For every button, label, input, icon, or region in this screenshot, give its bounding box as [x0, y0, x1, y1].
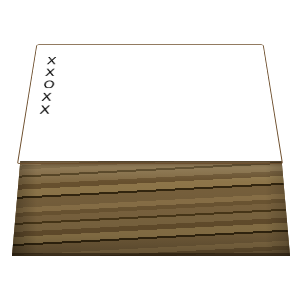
x-piece: X [44, 67, 55, 79]
cell-r1c1[interactable]: X [46, 55, 254, 66]
cell-r3c1[interactable]: X [41, 91, 260, 104]
x-piece: X [46, 55, 57, 66]
box-front-face [12, 161, 290, 256]
cell-r1c3[interactable]: X [44, 67, 255, 79]
x-piece: X [41, 91, 53, 104]
x-piece: X [39, 103, 51, 116]
board-scene: XXOXX [17, 0, 283, 164]
cell-r2c2[interactable]: O [43, 79, 258, 91]
cell-r3c3[interactable]: X [39, 103, 261, 116]
o-piece: O [43, 79, 56, 91]
board-grid: XXOXX [39, 55, 261, 116]
product-photo-stage: XXOXX [0, 0, 300, 300]
game-board: XXOXX [17, 44, 283, 164]
